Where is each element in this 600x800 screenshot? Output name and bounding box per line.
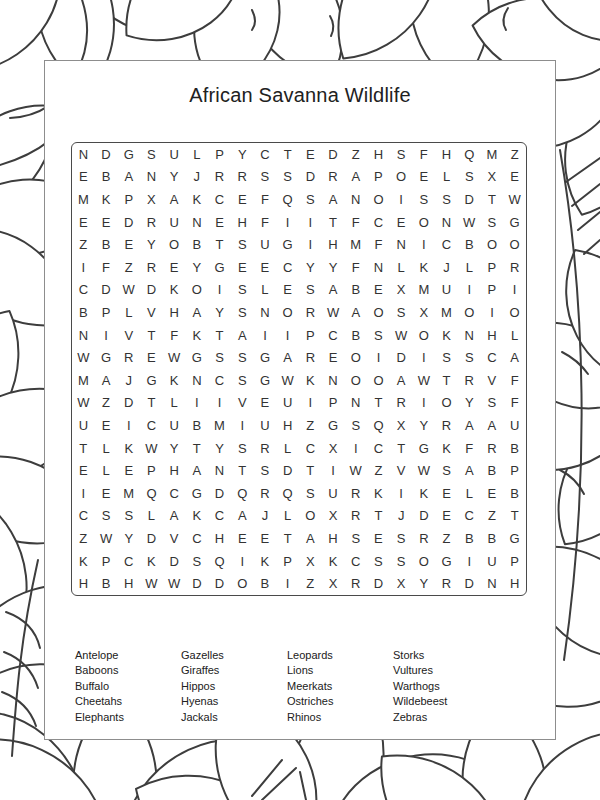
grid-cell: O bbox=[413, 211, 436, 234]
grid-cell: Q bbox=[367, 414, 390, 437]
grid-cell: B bbox=[186, 233, 209, 256]
grid-cell: B bbox=[72, 301, 95, 324]
grid-cell: O bbox=[186, 279, 209, 302]
grid-cell: K bbox=[163, 369, 186, 392]
grid-cell: I bbox=[458, 279, 481, 302]
grid-cell: I bbox=[458, 550, 481, 573]
grid-cell: P bbox=[481, 256, 504, 279]
grid-cell: N bbox=[140, 166, 163, 189]
grid-cell: P bbox=[208, 143, 231, 166]
word-list-column: GazellesGiraffesHipposHyenasJackals bbox=[181, 648, 287, 725]
grid-cell: W bbox=[344, 459, 367, 482]
grid-cell: G bbox=[276, 233, 299, 256]
grid-cell: A bbox=[458, 459, 481, 482]
grid-cell: Z bbox=[299, 572, 322, 595]
grid-cell: N bbox=[458, 324, 481, 347]
grid-cell: S bbox=[435, 459, 458, 482]
grid-cell: W bbox=[72, 392, 95, 415]
grid-cell: H bbox=[117, 572, 140, 595]
grid-cell: D bbox=[458, 572, 481, 595]
grid-cell: Y bbox=[140, 233, 163, 256]
grid-cell: E bbox=[390, 211, 413, 234]
grid-cell: G bbox=[254, 369, 277, 392]
grid-cell: S bbox=[254, 459, 277, 482]
grid-cell: R bbox=[299, 301, 322, 324]
grid-cell: H bbox=[503, 572, 526, 595]
grid-cell: E bbox=[254, 256, 277, 279]
grid-cell: Q bbox=[208, 550, 231, 573]
grid-cell: I bbox=[322, 459, 345, 482]
grid-cell: R bbox=[503, 256, 526, 279]
grid-cell: T bbox=[435, 369, 458, 392]
grid-cell: X bbox=[481, 166, 504, 189]
grid-cell: W bbox=[140, 437, 163, 460]
grid-cell: D bbox=[95, 279, 118, 302]
grid-cell: X bbox=[299, 550, 322, 573]
grid-cell: O bbox=[458, 301, 481, 324]
grid-cell: E bbox=[72, 211, 95, 234]
grid-cell: U bbox=[322, 482, 345, 505]
grid-cell: G bbox=[435, 550, 458, 573]
grid-cell: S bbox=[390, 143, 413, 166]
grid-cell: I bbox=[276, 572, 299, 595]
grid-cell: A bbox=[95, 369, 118, 392]
grid-cell: L bbox=[390, 256, 413, 279]
word-list-item: Zebras bbox=[393, 710, 499, 725]
grid-cell: N bbox=[208, 459, 231, 482]
grid-cell: I bbox=[503, 279, 526, 302]
grid-cell: S bbox=[435, 188, 458, 211]
grid-cell: G bbox=[503, 527, 526, 550]
word-list-item: Vultures bbox=[393, 663, 499, 678]
grid-cell: K bbox=[186, 188, 209, 211]
grid-cell: N bbox=[344, 392, 367, 415]
grid-cell: F bbox=[254, 188, 277, 211]
grid-cell: W bbox=[390, 324, 413, 347]
grid-cell: I bbox=[276, 211, 299, 234]
grid-cell: Z bbox=[299, 414, 322, 437]
grid-cell: R bbox=[254, 437, 277, 460]
grid-cell: D bbox=[276, 459, 299, 482]
grid-cell: E bbox=[95, 414, 118, 437]
grid-cell: M bbox=[481, 143, 504, 166]
grid-cell: J bbox=[435, 256, 458, 279]
grid-cell: F bbox=[344, 256, 367, 279]
grid-cell: Y bbox=[117, 527, 140, 550]
grid-cell: S bbox=[367, 324, 390, 347]
grid-cell: I bbox=[186, 392, 209, 415]
grid-cell: N bbox=[72, 324, 95, 347]
grid-cell: I bbox=[413, 392, 436, 415]
grid-cell: I bbox=[344, 437, 367, 460]
grid-cell: A bbox=[231, 505, 254, 528]
grid-cell: R bbox=[435, 414, 458, 437]
grid-cell: U bbox=[481, 550, 504, 573]
grid-cell: I bbox=[72, 482, 95, 505]
grid-cell: Z bbox=[95, 392, 118, 415]
grid-cell: P bbox=[140, 459, 163, 482]
grid-cell: Z bbox=[481, 505, 504, 528]
grid-cell: K bbox=[72, 550, 95, 573]
grid-cell: I bbox=[299, 233, 322, 256]
grid-cell: C bbox=[117, 550, 140, 573]
grid-cell: K bbox=[413, 256, 436, 279]
grid-cell: N bbox=[367, 256, 390, 279]
grid-cell: L bbox=[435, 166, 458, 189]
grid-cell: E bbox=[413, 166, 436, 189]
grid-cell: M bbox=[435, 301, 458, 324]
grid-cell: I bbox=[481, 301, 504, 324]
grid-cell: H bbox=[276, 414, 299, 437]
grid-cell: K bbox=[299, 369, 322, 392]
grid-cell: A bbox=[322, 188, 345, 211]
grid-cell: C bbox=[299, 437, 322, 460]
grid-cell: G bbox=[322, 414, 345, 437]
grid-cell: C bbox=[208, 188, 231, 211]
grid-cell: U bbox=[435, 279, 458, 302]
grid-cell: O bbox=[503, 233, 526, 256]
grid-cell: L bbox=[276, 437, 299, 460]
grid-cell: Y bbox=[413, 414, 436, 437]
grid-cell: N bbox=[344, 188, 367, 211]
grid-cell: F bbox=[503, 392, 526, 415]
word-list-item: Gazelles bbox=[181, 648, 287, 663]
grid-cell: P bbox=[299, 324, 322, 347]
word-list-item: Leopards bbox=[287, 648, 393, 663]
grid-cell: B bbox=[481, 527, 504, 550]
grid-cell: W bbox=[503, 188, 526, 211]
grid-cell: P bbox=[117, 188, 140, 211]
grid-cell: T bbox=[276, 527, 299, 550]
grid-cell: T bbox=[72, 437, 95, 460]
grid-cell: J bbox=[254, 505, 277, 528]
grid-cell: T bbox=[208, 324, 231, 347]
grid-cell: N bbox=[435, 211, 458, 234]
grid-cell: E bbox=[231, 188, 254, 211]
word-list-item: Cheetahs bbox=[75, 694, 181, 709]
grid-cell: Y bbox=[413, 572, 436, 595]
grid-cell: E bbox=[322, 346, 345, 369]
grid-cell: T bbox=[208, 233, 231, 256]
grid-cell: Y bbox=[186, 256, 209, 279]
grid-cell: B bbox=[186, 414, 209, 437]
grid-cell: R bbox=[140, 256, 163, 279]
grid-cell: Q bbox=[458, 143, 481, 166]
grid-cell: N bbox=[186, 369, 209, 392]
grid-cell: R bbox=[231, 166, 254, 189]
grid-cell: S bbox=[458, 166, 481, 189]
grid-cell: K bbox=[367, 482, 390, 505]
word-list-item: Hippos bbox=[181, 679, 287, 694]
word-list-item: Jackals bbox=[181, 710, 287, 725]
grid-cell: K bbox=[117, 437, 140, 460]
grid-cell: R bbox=[458, 369, 481, 392]
grid-cell: S bbox=[231, 346, 254, 369]
grid-cell: H bbox=[231, 211, 254, 234]
grid-cell: G bbox=[413, 437, 436, 460]
grid-cell: W bbox=[95, 527, 118, 550]
grid-cell: I bbox=[299, 392, 322, 415]
grid-cell: D bbox=[117, 392, 140, 415]
grid-cell: L bbox=[276, 505, 299, 528]
grid-cell: T bbox=[503, 505, 526, 528]
grid-cell: V bbox=[117, 324, 140, 347]
grid-cell: M bbox=[72, 369, 95, 392]
grid-cell: E bbox=[435, 505, 458, 528]
grid-cell: R bbox=[413, 527, 436, 550]
grid-cell: K bbox=[322, 550, 345, 573]
grid-cell: S bbox=[254, 166, 277, 189]
grid-cell: S bbox=[231, 301, 254, 324]
grid-cell: G bbox=[208, 256, 231, 279]
grid-cell: T bbox=[390, 437, 413, 460]
grid-cell: K bbox=[95, 188, 118, 211]
grid-cell: T bbox=[367, 505, 390, 528]
grid-cell: F bbox=[458, 437, 481, 460]
grid-cell: B bbox=[344, 279, 367, 302]
grid-cell: E bbox=[95, 211, 118, 234]
grid-cell: S bbox=[95, 505, 118, 528]
grid-cell: D bbox=[117, 211, 140, 234]
grid-cell: T bbox=[299, 459, 322, 482]
grid-cell: C bbox=[140, 414, 163, 437]
grid-cell: F bbox=[367, 233, 390, 256]
grid-cell: V bbox=[481, 369, 504, 392]
grid-cell: E bbox=[231, 527, 254, 550]
grid-cell: Z bbox=[72, 233, 95, 256]
grid-cell: Q bbox=[276, 482, 299, 505]
grid-cell: I bbox=[413, 346, 436, 369]
grid-cell: R bbox=[322, 166, 345, 189]
grid-cell: K bbox=[186, 505, 209, 528]
grid-cell: E bbox=[95, 482, 118, 505]
grid-cell: R bbox=[208, 166, 231, 189]
grid-cell: Z bbox=[435, 527, 458, 550]
grid-cell: A bbox=[458, 414, 481, 437]
grid-cell: S bbox=[231, 369, 254, 392]
grid-cell: X bbox=[390, 414, 413, 437]
grid-cell: P bbox=[276, 550, 299, 573]
grid-cell: A bbox=[390, 369, 413, 392]
grid-cell: A bbox=[299, 527, 322, 550]
grid-cell: F bbox=[163, 324, 186, 347]
grid-cell: W bbox=[140, 572, 163, 595]
grid-cell: G bbox=[95, 346, 118, 369]
grid-cell: E bbox=[163, 256, 186, 279]
grid-cell: C bbox=[254, 143, 277, 166]
grid-cell: S bbox=[367, 550, 390, 573]
grid-cell: O bbox=[435, 392, 458, 415]
grid-cell: E bbox=[435, 482, 458, 505]
grid-cell: X bbox=[390, 279, 413, 302]
grid-cell: D bbox=[367, 572, 390, 595]
word-list-column: AntelopeBaboonsBuffaloCheetahsElephants bbox=[75, 648, 181, 725]
grid-cell: C bbox=[72, 505, 95, 528]
page-title: African Savanna Wildlife bbox=[45, 84, 555, 107]
grid-cell: O bbox=[231, 572, 254, 595]
grid-cell: H bbox=[322, 233, 345, 256]
grid-cell: B bbox=[503, 437, 526, 460]
grid-cell: P bbox=[503, 459, 526, 482]
grid-cell: D bbox=[140, 527, 163, 550]
grid-cell: M bbox=[208, 414, 231, 437]
grid-cell: C bbox=[367, 211, 390, 234]
grid-cell: I bbox=[413, 233, 436, 256]
grid-cell: P bbox=[95, 301, 118, 324]
grid-cell: G bbox=[503, 211, 526, 234]
grid-cell: D bbox=[299, 166, 322, 189]
grid-cell: O bbox=[390, 166, 413, 189]
grid-cell: O bbox=[367, 369, 390, 392]
grid-cell: S bbox=[276, 166, 299, 189]
grid-cell: U bbox=[276, 392, 299, 415]
grid-cell: S bbox=[413, 188, 436, 211]
grid-cell: W bbox=[117, 279, 140, 302]
grid-cell: X bbox=[322, 505, 345, 528]
grid-cell: B bbox=[458, 527, 481, 550]
grid-cell: R bbox=[117, 346, 140, 369]
grid-cell: K bbox=[140, 550, 163, 573]
grid-cell: G bbox=[140, 369, 163, 392]
grid-cell: E bbox=[72, 166, 95, 189]
grid-cell: D bbox=[413, 505, 436, 528]
grid-cell: G bbox=[117, 143, 140, 166]
grid-cell: D bbox=[458, 188, 481, 211]
grid-cell: L bbox=[140, 505, 163, 528]
grid-cell: O bbox=[503, 301, 526, 324]
grid-cell: H bbox=[481, 324, 504, 347]
grid-cell: T bbox=[481, 188, 504, 211]
grid-cell: N bbox=[254, 301, 277, 324]
grid-cell: A bbox=[322, 279, 345, 302]
grid-cell: G bbox=[186, 346, 209, 369]
grid-cell: O bbox=[344, 369, 367, 392]
grid-cell: E bbox=[208, 211, 231, 234]
grid-cell: T bbox=[367, 392, 390, 415]
grid-cell: P bbox=[95, 550, 118, 573]
grid-cell: U bbox=[163, 414, 186, 437]
word-list-item: Ostriches bbox=[287, 694, 393, 709]
word-list-item: Baboons bbox=[75, 663, 181, 678]
grid-cell: R bbox=[140, 211, 163, 234]
grid-cell: F bbox=[344, 211, 367, 234]
grid-cell: Y bbox=[208, 301, 231, 324]
grid-cell: M bbox=[413, 279, 436, 302]
grid-cell: S bbox=[231, 233, 254, 256]
grid-cell: N bbox=[322, 369, 345, 392]
grid-cell: I bbox=[72, 256, 95, 279]
grid-cell: U bbox=[163, 211, 186, 234]
grid-cell: B bbox=[503, 482, 526, 505]
grid-cell: F bbox=[503, 369, 526, 392]
grid-cell: O bbox=[413, 324, 436, 347]
grid-cell: D bbox=[390, 346, 413, 369]
grid-cell: J bbox=[390, 505, 413, 528]
grid-cell: S bbox=[344, 414, 367, 437]
grid-cell: E bbox=[72, 459, 95, 482]
word-list-item: Meerkats bbox=[287, 679, 393, 694]
grid-cell: E bbox=[254, 527, 277, 550]
grid-cell: B bbox=[344, 324, 367, 347]
grid-cell: O bbox=[163, 233, 186, 256]
grid-cell: C bbox=[186, 527, 209, 550]
grid-cell: I bbox=[390, 482, 413, 505]
grid-cell: C bbox=[208, 369, 231, 392]
grid-cell: A bbox=[186, 301, 209, 324]
grid-cell: C bbox=[163, 482, 186, 505]
grid-cell: W bbox=[322, 301, 345, 324]
word-list: AntelopeBaboonsBuffaloCheetahsElephantsG… bbox=[75, 648, 499, 725]
grid-cell: L bbox=[458, 256, 481, 279]
word-list-column: LeopardsLionsMeerkatsOstrichesRhinos bbox=[287, 648, 393, 725]
grid-cell: M bbox=[344, 233, 367, 256]
grid-cell: S bbox=[117, 505, 140, 528]
grid-cell: B bbox=[458, 233, 481, 256]
grid-cell: V bbox=[231, 392, 254, 415]
grid-cell: T bbox=[186, 437, 209, 460]
grid-cell: B bbox=[254, 572, 277, 595]
grid-cell: Y bbox=[458, 392, 481, 415]
grid-cell: Q bbox=[276, 188, 299, 211]
grid-cell: I bbox=[299, 211, 322, 234]
grid-cell: T bbox=[276, 143, 299, 166]
grid-cell: Z bbox=[344, 143, 367, 166]
grid-cell: A bbox=[276, 346, 299, 369]
grid-cell: T bbox=[322, 211, 345, 234]
grid-cell: A bbox=[481, 414, 504, 437]
grid-cell: L bbox=[503, 324, 526, 347]
grid-cell: S bbox=[435, 346, 458, 369]
grid-cell: C bbox=[208, 505, 231, 528]
grid-cell: F bbox=[254, 211, 277, 234]
grid-cell: Z bbox=[117, 256, 140, 279]
grid-cell: N bbox=[390, 233, 413, 256]
grid-cell: E bbox=[254, 392, 277, 415]
grid-cell: A bbox=[163, 188, 186, 211]
grid-cell: C bbox=[481, 346, 504, 369]
grid-cell: U bbox=[72, 414, 95, 437]
grid-cell: S bbox=[390, 301, 413, 324]
grid-cell: O bbox=[276, 301, 299, 324]
grid-cell: A bbox=[344, 166, 367, 189]
grid-cell: O bbox=[367, 301, 390, 324]
grid-cell: A bbox=[163, 505, 186, 528]
word-search-grid: NDGSULPYCTEDZHSFHQMZEBANYJRRSSDRAPOELSXE… bbox=[71, 142, 527, 596]
grid-cell: W bbox=[413, 369, 436, 392]
grid-cell: O bbox=[367, 188, 390, 211]
grid-cell: A bbox=[344, 301, 367, 324]
grid-cell: Z bbox=[503, 143, 526, 166]
grid-cell: I bbox=[117, 414, 140, 437]
grid-cell: I bbox=[231, 550, 254, 573]
grid-cell: I bbox=[95, 324, 118, 347]
grid-cell: Y bbox=[208, 437, 231, 460]
word-list-column: StorksVulturesWarthogsWildebeestZebras bbox=[393, 648, 499, 725]
grid-cell: I bbox=[254, 324, 277, 347]
grid-cell: H bbox=[163, 301, 186, 324]
word-list-item: Giraffes bbox=[181, 663, 287, 678]
grid-cell: W bbox=[276, 369, 299, 392]
grid-cell: E bbox=[503, 166, 526, 189]
grid-cell: C bbox=[435, 233, 458, 256]
grid-cell: J bbox=[186, 166, 209, 189]
grid-cell: O bbox=[299, 505, 322, 528]
grid-cell: S bbox=[186, 550, 209, 573]
grid-cell: E bbox=[117, 459, 140, 482]
grid-cell: C bbox=[344, 550, 367, 573]
grid-cell: I bbox=[208, 392, 231, 415]
word-list-item: Buffalo bbox=[75, 679, 181, 694]
